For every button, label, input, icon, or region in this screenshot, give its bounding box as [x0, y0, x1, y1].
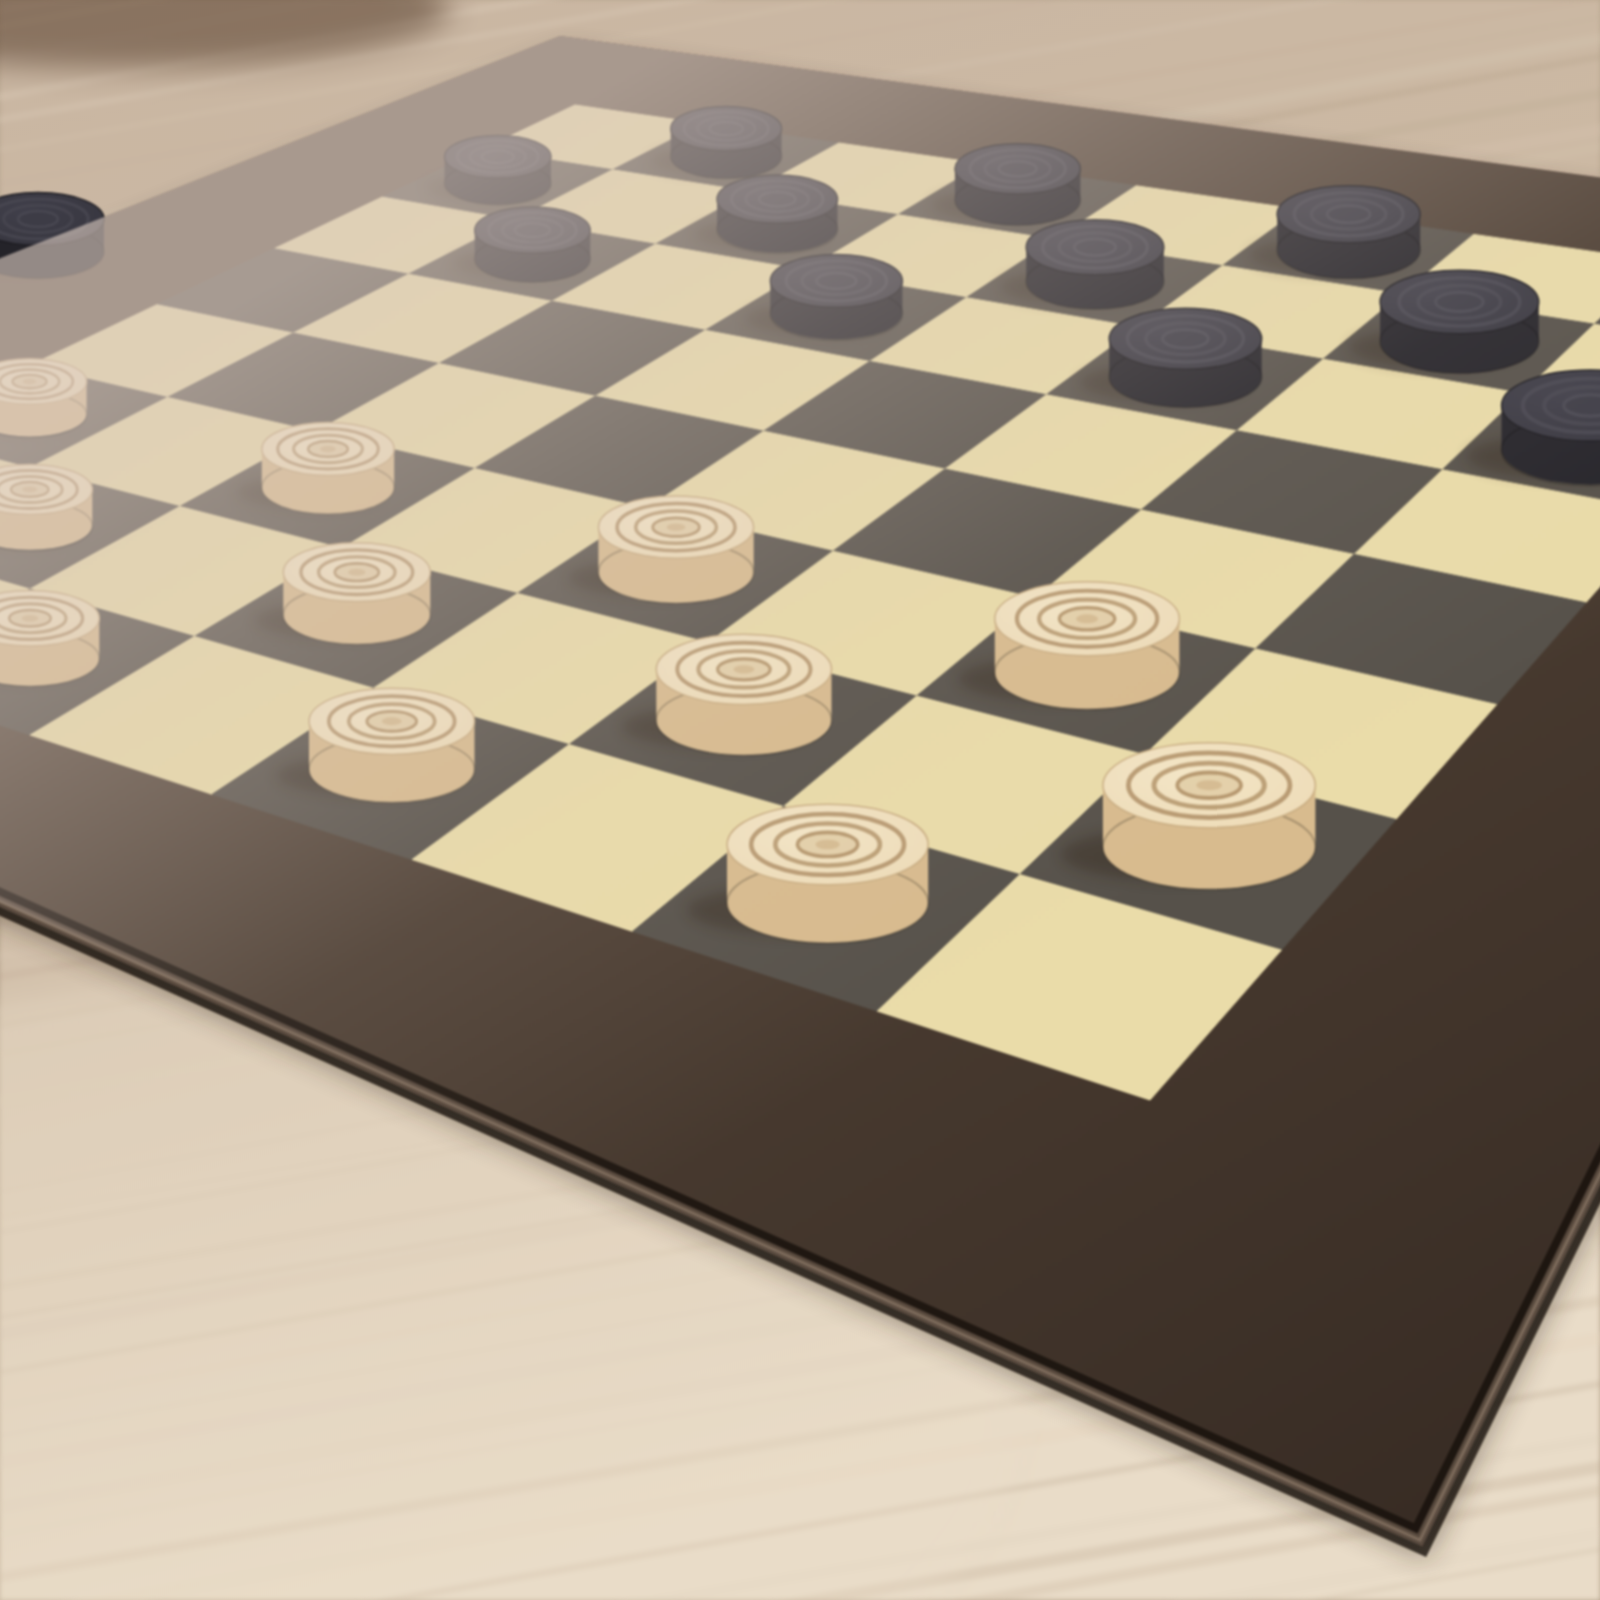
checker-black-on-frame-left-edge[interactable]	[0, 193, 104, 279]
piece-center-dimple	[22, 615, 39, 622]
piece-center-boss	[759, 192, 795, 206]
piece-center-boss	[999, 161, 1037, 176]
piece-center-boss	[1074, 239, 1115, 256]
piece-center-boss	[1163, 330, 1209, 348]
piece-center-dimple	[816, 840, 840, 850]
piece-center-dimple	[320, 446, 336, 452]
piece-center-boss	[1327, 206, 1370, 223]
piece-center-boss	[710, 122, 743, 135]
piece-center-boss	[482, 150, 514, 163]
piece-center-boss	[1436, 292, 1484, 311]
checker-white-r5c0[interactable]	[0, 359, 87, 438]
checker-white-r7c2[interactable]	[0, 591, 99, 687]
piece-center-dimple	[1076, 614, 1098, 623]
piece-center-boss	[1564, 395, 1600, 416]
piece-center-dimple	[667, 523, 686, 530]
scene-container	[0, 0, 1600, 1600]
piece-center-dimple	[1196, 780, 1221, 790]
piece-center-boss	[18, 211, 58, 227]
piece-center-dimple	[22, 486, 37, 492]
piece-center-dimple	[23, 379, 37, 384]
piece-center-dimple	[382, 717, 402, 725]
piece-center-boss	[817, 273, 857, 289]
piece-center-dimple	[733, 665, 754, 673]
checkers-board-photo	[0, 0, 1600, 1600]
checker-white-r6c1[interactable]	[0, 464, 92, 550]
piece-center-dimple	[348, 569, 366, 576]
piece-center-boss	[515, 223, 550, 237]
